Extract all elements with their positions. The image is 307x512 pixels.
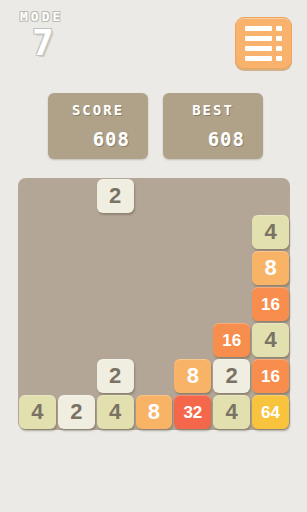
score-label: SCORE [48, 102, 148, 118]
best-value: 608 [163, 128, 263, 150]
tile-4: 4 [213, 395, 250, 429]
tile-8: 8 [136, 395, 173, 429]
tile-64: 64 [252, 395, 289, 429]
tile-4: 4 [19, 395, 56, 429]
tile-2: 2 [97, 179, 134, 213]
tile-2: 2 [97, 359, 134, 393]
list-menu-icon [245, 26, 282, 61]
mode-value: 7 [32, 24, 63, 62]
score-box: SCORE 608 [48, 93, 148, 159]
tile-16: 16 [252, 287, 289, 321]
score-value: 608 [48, 128, 148, 150]
best-box: BEST 608 [163, 93, 263, 159]
tile-4: 4 [252, 323, 289, 357]
game-screen: MODE 7 SCORE 608 BEST 608 24816164282164… [0, 0, 307, 512]
tile-16: 16 [213, 323, 250, 357]
menu-button[interactable] [235, 17, 292, 69]
tile-8: 8 [252, 251, 289, 285]
game-board[interactable]: 2481616428216424832464 [18, 178, 290, 430]
best-label: BEST [163, 102, 263, 118]
tile-2: 2 [58, 395, 95, 429]
mode-block: MODE 7 [20, 9, 63, 62]
tile-16: 16 [252, 359, 289, 393]
tile-8: 8 [174, 359, 211, 393]
tile-32: 32 [174, 395, 211, 429]
tile-4: 4 [97, 395, 134, 429]
tile-2: 2 [213, 359, 250, 393]
tile-4: 4 [252, 215, 289, 249]
